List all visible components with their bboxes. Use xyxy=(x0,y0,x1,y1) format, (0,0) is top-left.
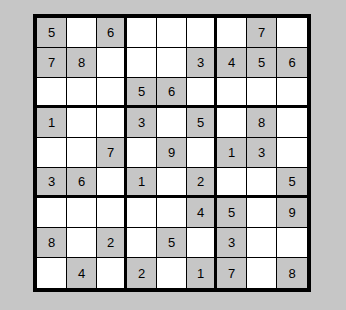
sudoku-app: 567783456561358791336125459825342178 xyxy=(0,0,346,310)
cell-r1c3-given: 6 xyxy=(97,18,127,48)
cell-r1c2-empty[interactable] xyxy=(67,18,97,48)
cell-r3c8-empty[interactable] xyxy=(247,78,277,108)
cell-r1c7-empty[interactable] xyxy=(217,18,247,48)
cell-r9c2-given: 4 xyxy=(67,258,97,288)
cell-r2c6-given: 3 xyxy=(187,48,217,78)
cell-r8c4-empty[interactable] xyxy=(127,228,157,258)
cell-r1c4-empty[interactable] xyxy=(127,18,157,48)
cell-r8c8-empty[interactable] xyxy=(247,228,277,258)
cell-r7c4-empty[interactable] xyxy=(127,198,157,228)
cell-r6c4-given: 1 xyxy=(127,168,157,198)
cell-r6c2-given: 6 xyxy=(67,168,97,198)
cell-r5c1-empty[interactable] xyxy=(37,138,67,168)
cell-r4c6-given: 5 xyxy=(187,108,217,138)
cell-r7c3-empty[interactable] xyxy=(97,198,127,228)
cell-r2c4-empty[interactable] xyxy=(127,48,157,78)
cell-r5c5-given: 9 xyxy=(157,138,187,168)
cell-r6c9-given: 5 xyxy=(277,168,307,198)
cell-r5c7-given: 1 xyxy=(217,138,247,168)
cell-r5c9-empty[interactable] xyxy=(277,138,307,168)
cell-r6c6-given: 2 xyxy=(187,168,217,198)
cell-r8c2-empty[interactable] xyxy=(67,228,97,258)
cell-r8c5-given: 5 xyxy=(157,228,187,258)
cell-r4c3-empty[interactable] xyxy=(97,108,127,138)
cell-r9c4-given: 2 xyxy=(127,258,157,288)
cell-r6c3-empty[interactable] xyxy=(97,168,127,198)
cell-r5c2-empty[interactable] xyxy=(67,138,97,168)
cell-r7c9-given: 9 xyxy=(277,198,307,228)
cell-r5c6-empty[interactable] xyxy=(187,138,217,168)
cell-r4c4-given: 3 xyxy=(127,108,157,138)
cell-r1c1-given: 5 xyxy=(37,18,67,48)
cell-r7c8-empty[interactable] xyxy=(247,198,277,228)
cell-r5c3-given: 7 xyxy=(97,138,127,168)
cell-r6c8-empty[interactable] xyxy=(247,168,277,198)
cell-r3c2-empty[interactable] xyxy=(67,78,97,108)
cell-r4c8-given: 8 xyxy=(247,108,277,138)
cell-r4c7-empty[interactable] xyxy=(217,108,247,138)
cell-r9c5-empty[interactable] xyxy=(157,258,187,288)
cell-r8c3-given: 2 xyxy=(97,228,127,258)
cell-r2c2-given: 8 xyxy=(67,48,97,78)
cell-r9c9-given: 8 xyxy=(277,258,307,288)
cell-r3c3-empty[interactable] xyxy=(97,78,127,108)
cell-r2c8-given: 5 xyxy=(247,48,277,78)
cell-r2c1-given: 7 xyxy=(37,48,67,78)
cell-r7c1-empty[interactable] xyxy=(37,198,67,228)
cell-r2c9-given: 6 xyxy=(277,48,307,78)
cell-r9c7-given: 7 xyxy=(217,258,247,288)
cell-r2c7-given: 4 xyxy=(217,48,247,78)
cell-r2c5-empty[interactable] xyxy=(157,48,187,78)
cell-r8c1-given: 8 xyxy=(37,228,67,258)
cell-r6c5-empty[interactable] xyxy=(157,168,187,198)
cell-r1c8-given: 7 xyxy=(247,18,277,48)
cell-r1c5-empty[interactable] xyxy=(157,18,187,48)
sudoku-board: 567783456561358791336125459825342178 xyxy=(33,14,311,292)
cell-r3c7-empty[interactable] xyxy=(217,78,247,108)
cell-r3c4-given: 5 xyxy=(127,78,157,108)
cell-r6c1-given: 3 xyxy=(37,168,67,198)
cell-r7c5-empty[interactable] xyxy=(157,198,187,228)
cell-r2c3-empty[interactable] xyxy=(97,48,127,78)
cell-r3c1-empty[interactable] xyxy=(37,78,67,108)
cell-r1c6-empty[interactable] xyxy=(187,18,217,48)
cell-r9c1-empty[interactable] xyxy=(37,258,67,288)
cell-r7c7-given: 5 xyxy=(217,198,247,228)
cell-r5c4-empty[interactable] xyxy=(127,138,157,168)
cell-r9c6-given: 1 xyxy=(187,258,217,288)
cell-r1c9-empty[interactable] xyxy=(277,18,307,48)
cell-r8c7-given: 3 xyxy=(217,228,247,258)
cell-r6c7-empty[interactable] xyxy=(217,168,247,198)
cell-r3c9-empty[interactable] xyxy=(277,78,307,108)
cell-r7c2-empty[interactable] xyxy=(67,198,97,228)
cell-r5c8-given: 3 xyxy=(247,138,277,168)
cell-r4c9-empty[interactable] xyxy=(277,108,307,138)
cell-r3c6-empty[interactable] xyxy=(187,78,217,108)
cell-r8c9-empty[interactable] xyxy=(277,228,307,258)
cell-r8c6-empty[interactable] xyxy=(187,228,217,258)
cell-r4c5-empty[interactable] xyxy=(157,108,187,138)
cell-r9c3-empty[interactable] xyxy=(97,258,127,288)
cell-r4c2-empty[interactable] xyxy=(67,108,97,138)
cell-r7c6-given: 4 xyxy=(187,198,217,228)
cell-r9c8-empty[interactable] xyxy=(247,258,277,288)
cell-r3c5-given: 6 xyxy=(157,78,187,108)
cell-r4c1-given: 1 xyxy=(37,108,67,138)
